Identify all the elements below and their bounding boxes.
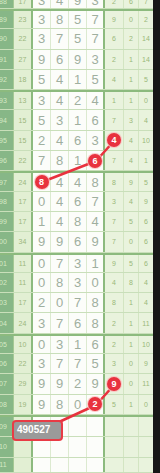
stat-right-cell: 1 bbox=[139, 151, 153, 170]
stat-right-cell: 2 bbox=[124, 29, 139, 48]
stat-right-cell: 2 bbox=[105, 336, 124, 353]
issue-cell-value: 96 bbox=[0, 157, 12, 164]
digit-cell: 9 bbox=[33, 232, 51, 251]
winning-number-marker: 2 bbox=[88, 397, 102, 411]
digit-cell: 9 bbox=[51, 232, 69, 251]
digit-cell-value: 1 bbox=[38, 214, 45, 229]
stat-right-cell-value: 4 bbox=[144, 117, 148, 124]
digit-cell-value: 7 bbox=[91, 194, 98, 209]
stat-right-cell-value: 3 bbox=[129, 117, 133, 124]
trend-row: 06223775309 bbox=[0, 354, 153, 374]
digit-cell-value: 7 bbox=[56, 31, 63, 46]
digit-cell: 7 bbox=[51, 354, 69, 373]
stat-right-cell-value: 11 bbox=[142, 320, 149, 327]
digit-cell-value: 6 bbox=[91, 337, 98, 352]
digit-cell: 7 bbox=[51, 255, 69, 272]
stat-right-cell bbox=[124, 458, 139, 472]
trend-row: 072999299011 bbox=[0, 374, 153, 394]
stat-right-cell-value: 6 bbox=[112, 35, 116, 42]
trend-row: 11 bbox=[0, 458, 153, 473]
trend-row: 902237576214 bbox=[0, 29, 153, 49]
issue-cell: 00 bbox=[0, 232, 13, 251]
digit-cell: 9 bbox=[51, 374, 69, 393]
digit-cell-value: 1 bbox=[74, 337, 81, 352]
stat-cell-value: 17 bbox=[19, 218, 27, 225]
digit-cell-value: 0 bbox=[38, 337, 45, 352]
stat-right-cell-value: 1 bbox=[144, 157, 148, 164]
issue-cell-value: 90 bbox=[0, 35, 12, 42]
stat-right-cell-value: 9 bbox=[129, 179, 133, 186]
digit-cell-value: 7 bbox=[56, 256, 63, 271]
stat-right-cell: 0 bbox=[139, 395, 153, 414]
issue-cell: 10 bbox=[0, 437, 13, 457]
trend-row: 03172078814 bbox=[0, 293, 153, 313]
stat-right-cell-value: 4 bbox=[112, 279, 116, 286]
stat-cell: 24 bbox=[13, 173, 33, 190]
stat-right-cell: 8 bbox=[124, 273, 139, 292]
stat-cell-value: 22 bbox=[19, 360, 27, 367]
digit-cell: 0 bbox=[51, 293, 69, 312]
stat-right-cell-value: 4 bbox=[129, 137, 133, 144]
digit-cell-value: 2 bbox=[38, 133, 45, 148]
issue-cell: 88 bbox=[0, 0, 13, 8]
digit-cell-value: 3 bbox=[38, 0, 45, 8]
stat-right-cell: 7 bbox=[139, 0, 153, 8]
trend-row: 912796932114 bbox=[0, 50, 153, 70]
stat-right-cell: 4 bbox=[124, 151, 139, 170]
stat-right-cell-value: 5 bbox=[129, 218, 133, 225]
stat-cell-value: 15 bbox=[19, 137, 27, 144]
digit-cell: 0 bbox=[69, 395, 87, 414]
stat-right-cell: 10 bbox=[139, 336, 153, 353]
issue-cell-value: 94 bbox=[0, 117, 12, 124]
digit-cell: 6 bbox=[87, 110, 105, 129]
digit-cell bbox=[69, 458, 87, 472]
digit-cell-value: 3 bbox=[74, 275, 81, 290]
issue-cell: 90 bbox=[0, 29, 13, 48]
trend-rows: 8817349326789233857902902237576214912796… bbox=[0, 0, 160, 473]
digit-cell: 7 bbox=[69, 354, 87, 373]
digit-cell: 6 bbox=[87, 151, 105, 170]
digit-cell-value: 3 bbox=[91, 52, 98, 67]
stat-right-cell-value: 4 bbox=[112, 76, 116, 83]
digit-cell-value: 5 bbox=[74, 12, 81, 27]
digit-cell: 6 bbox=[69, 313, 87, 332]
stat-right-cell-value: 10 bbox=[142, 137, 150, 144]
digit-cell: 6 bbox=[69, 192, 87, 211]
issue-cell-value: 91 bbox=[0, 56, 12, 63]
trend-row: 89233857902 bbox=[0, 9, 153, 29]
winning-number-marker: 6 bbox=[88, 154, 102, 168]
digit-cell-value: 8 bbox=[74, 214, 81, 229]
digit-cell: 8 bbox=[87, 313, 105, 332]
digit-cell-value: 9 bbox=[56, 376, 63, 391]
digit-cell: 6 bbox=[69, 232, 87, 251]
digit-cell-value: 0 bbox=[38, 256, 45, 271]
digit-cell-value: 1 bbox=[74, 153, 81, 168]
stat-cell: 34 bbox=[13, 232, 33, 251]
issue-cell: 99 bbox=[0, 212, 13, 231]
digit-cell: 4 bbox=[51, 173, 69, 190]
trend-row: 042437682111 bbox=[0, 313, 153, 333]
issue-cell: 05 bbox=[0, 336, 13, 353]
digit-cell: 5 bbox=[87, 354, 105, 373]
stat-right-cell: 6 bbox=[139, 255, 153, 272]
digit-cell-value: 0 bbox=[74, 397, 81, 412]
stat-right-cell-value: 4 bbox=[129, 157, 133, 164]
digit-cell bbox=[69, 417, 87, 436]
digit-cell: 0 bbox=[33, 192, 51, 211]
digit-cell-value: 6 bbox=[91, 113, 98, 128]
digit-cell: 4 bbox=[51, 212, 69, 231]
trend-chart-table: 8817349326789233857902902237576214912796… bbox=[0, 0, 160, 473]
digit-cell: 8 bbox=[51, 395, 69, 414]
stat-right-cell: 3 bbox=[105, 192, 124, 211]
stat-right-cell-value: 8 bbox=[129, 279, 133, 286]
digit-cell-value: 1 bbox=[91, 256, 98, 271]
digit-cell-value: 2 bbox=[74, 93, 81, 108]
stat-cell bbox=[13, 458, 33, 472]
digit-cell: 4 bbox=[51, 131, 69, 150]
digit-cell: 5 bbox=[69, 29, 87, 48]
digit-cell: 9 bbox=[33, 50, 51, 69]
stat-right-cell: 1 bbox=[124, 395, 139, 414]
digit-cell-value: 4 bbox=[56, 0, 63, 8]
digit-cell: 4 bbox=[51, 70, 69, 89]
digit-cell: 3 bbox=[51, 336, 69, 353]
digit-cell-value: 7 bbox=[56, 356, 63, 371]
stat-right-cell-value: 6 bbox=[144, 260, 148, 267]
digit-cell-value: 4 bbox=[91, 214, 98, 229]
stat-right-cell-value: 3 bbox=[112, 360, 116, 367]
stat-cell-value: 23 bbox=[19, 16, 27, 23]
issue-cell-value: 03 bbox=[0, 299, 12, 306]
stat-right-cell: 11 bbox=[139, 313, 153, 332]
issue-cell-value: 98 bbox=[0, 198, 12, 205]
digit-cell-value: 8 bbox=[56, 12, 63, 27]
stat-right-cell: 0 bbox=[124, 11, 139, 28]
stat-right-cell-value: 0 bbox=[129, 238, 133, 245]
digit-cell-value: 9 bbox=[38, 52, 45, 67]
stat-right-cell-value: 0 bbox=[129, 360, 133, 367]
stat-cell: 22 bbox=[13, 151, 33, 170]
stat-right-cell bbox=[139, 437, 153, 457]
issue-cell: 94 bbox=[0, 110, 13, 129]
issue-cell-value: 11 bbox=[0, 461, 12, 468]
stat-right-cell: 1 bbox=[124, 313, 139, 332]
digit-cell-value: 7 bbox=[56, 316, 63, 331]
digit-cell: 0 bbox=[87, 273, 105, 292]
digit-cell: 6 bbox=[87, 336, 105, 353]
stat-right-cell-value: 0 bbox=[129, 16, 133, 23]
digit-cell-value: 8 bbox=[56, 275, 63, 290]
issue-cell-value: 09 bbox=[0, 423, 12, 430]
stat-cell: 17 bbox=[13, 293, 33, 312]
stat-right-cell-value: 4 bbox=[129, 198, 133, 205]
stat-right-cell: 9 bbox=[139, 354, 153, 373]
stat-cell-value: 24 bbox=[19, 320, 27, 327]
stat-right-cell: 11 bbox=[139, 374, 153, 393]
digit-cell: 0 bbox=[33, 336, 51, 353]
stat-cell: 15 bbox=[13, 131, 33, 150]
stat-right-cell: 2 bbox=[105, 313, 124, 332]
digit-cell: 2 bbox=[69, 92, 87, 109]
stat-right-cell: 4 bbox=[124, 131, 139, 150]
stat-cell: 11 bbox=[13, 273, 33, 292]
stat-right-cell: 0 bbox=[124, 354, 139, 373]
stat-right-cell-value: 1 bbox=[129, 97, 133, 104]
stat-right-cell bbox=[105, 417, 124, 436]
digit-cell-value: 9 bbox=[91, 376, 98, 391]
digit-cell-value: 3 bbox=[38, 12, 45, 27]
stat-cell-value: 17 bbox=[19, 198, 27, 205]
trend-row: 01110731956 bbox=[0, 253, 153, 273]
stat-cell: 17 bbox=[13, 192, 33, 211]
digit-cell-value: 0 bbox=[38, 194, 45, 209]
stat-cell: 13 bbox=[13, 92, 33, 109]
stat-right-cell: 8 bbox=[105, 173, 124, 190]
trend-row: 08199802510 bbox=[0, 395, 153, 415]
digit-cell: 3 bbox=[69, 273, 87, 292]
stat-right-cell bbox=[124, 437, 139, 457]
stat-right-cell: 1 bbox=[124, 293, 139, 312]
stat-right-cell-value: 1 bbox=[112, 97, 116, 104]
trend-row: 93133424110 bbox=[0, 90, 153, 110]
stat-right-cell-value: 6 bbox=[144, 218, 148, 225]
digit-cell: 6 bbox=[69, 131, 87, 150]
issue-number-input[interactable]: 490527 bbox=[12, 420, 63, 441]
stat-right-cell-value: 14 bbox=[142, 35, 150, 42]
digit-cell-value: 1 bbox=[74, 113, 81, 128]
stat-right-cell: 1 bbox=[124, 50, 139, 69]
issue-cell: 11 bbox=[0, 458, 13, 472]
stat-right-cell: 1 bbox=[124, 70, 139, 89]
trend-row: 92185415415 bbox=[0, 70, 153, 90]
stat-right-cell: 9 bbox=[139, 192, 153, 211]
stat-cell-value: 15 bbox=[19, 117, 27, 124]
digit-cell-value: 6 bbox=[74, 234, 81, 249]
digit-cell-value: 9 bbox=[38, 397, 45, 412]
digit-cell-value: 9 bbox=[91, 234, 98, 249]
digit-cell-value: 9 bbox=[38, 234, 45, 249]
digit-cell: 4 bbox=[87, 92, 105, 109]
trend-row: 88173493267 bbox=[0, 0, 153, 9]
stat-right-cell: 5 bbox=[124, 212, 139, 231]
stat-right-cell: 6 bbox=[139, 232, 153, 251]
stat-right-cell: 0 bbox=[124, 232, 139, 251]
stat-right-cell: 4 bbox=[139, 273, 153, 292]
digit-cell bbox=[51, 458, 69, 472]
stat-right-cell-value: 1 bbox=[129, 341, 133, 348]
digit-cell: 1 bbox=[69, 336, 87, 353]
issue-cell-value: 05 bbox=[0, 341, 12, 348]
stat-cell: 22 bbox=[13, 29, 33, 48]
stat-right-cell: 1 bbox=[124, 336, 139, 353]
stat-right-cell-value: 7 bbox=[144, 0, 148, 5]
stat-right-cell: 9 bbox=[105, 255, 124, 272]
stat-right-cell: 9 bbox=[105, 374, 124, 393]
stat-cell-value: 17 bbox=[19, 0, 27, 5]
issue-cell: 01 bbox=[0, 255, 13, 272]
stat-right-cell-value: 5 bbox=[129, 260, 133, 267]
stat-cell-value: 11 bbox=[19, 279, 26, 286]
issue-cell-value: 95 bbox=[0, 137, 12, 144]
stat-cell: 17 bbox=[13, 0, 33, 8]
stat-right-cell-value: 6 bbox=[144, 238, 148, 245]
issue-cell-value: 99 bbox=[0, 218, 12, 225]
issue-cell-value: 92 bbox=[0, 76, 12, 83]
stat-cell-value: 29 bbox=[19, 380, 27, 387]
stat-right-cell-value: 0 bbox=[129, 380, 133, 387]
digit-cell: 9 bbox=[87, 232, 105, 251]
stat-right-cell-value: 11 bbox=[142, 380, 149, 387]
digit-cell: 2 bbox=[33, 131, 51, 150]
stat-right-cell-value: 1 bbox=[129, 299, 133, 306]
digit-cell: 3 bbox=[87, 0, 105, 8]
stat-right-cell-value: 1 bbox=[129, 320, 133, 327]
stat-cell: 17 bbox=[13, 212, 33, 231]
stat-right-cell bbox=[139, 417, 153, 436]
digit-cell: 0 bbox=[33, 255, 51, 272]
stat-right-cell-value: 2 bbox=[144, 16, 148, 23]
issue-cell-value: 97 bbox=[0, 179, 12, 186]
stat-right-cell-value: 10 bbox=[142, 341, 150, 348]
digit-cell-value: 8 bbox=[56, 397, 63, 412]
digit-cell: 3 bbox=[69, 255, 87, 272]
digit-cell-value: 9 bbox=[74, 52, 81, 67]
digit-cell-value: 4 bbox=[56, 175, 63, 190]
digit-cell: 5 bbox=[87, 70, 105, 89]
stat-cell: 27 bbox=[13, 50, 33, 69]
digit-cell-value: 8 bbox=[91, 295, 98, 310]
digit-cell: 3 bbox=[33, 92, 51, 109]
issue-cell: 91 bbox=[0, 50, 13, 69]
issue-cell: 89 bbox=[0, 11, 13, 28]
digit-cell-value: 7 bbox=[74, 295, 81, 310]
digit-cell bbox=[87, 417, 105, 436]
digit-cell: 7 bbox=[51, 313, 69, 332]
stat-right-cell: 2 bbox=[105, 50, 124, 69]
digit-cell-value: 3 bbox=[38, 93, 45, 108]
trend-row: 97248448895 bbox=[0, 171, 153, 191]
digit-cell-value: 5 bbox=[74, 31, 81, 46]
digit-cell: 6 bbox=[51, 50, 69, 69]
stat-right-cell bbox=[105, 437, 124, 457]
digit-cell: 9 bbox=[87, 374, 105, 393]
digit-cell-value: 8 bbox=[91, 175, 98, 190]
digit-cell: 1 bbox=[69, 151, 87, 170]
digit-cell: 4 bbox=[51, 92, 69, 109]
stat-right-cell: 2 bbox=[105, 0, 124, 8]
stat-right-cell-value: 9 bbox=[144, 360, 148, 367]
digit-cell-value: 6 bbox=[74, 133, 81, 148]
stat-right-cell-value: 9 bbox=[112, 260, 116, 267]
winning-number-marker: 9 bbox=[107, 377, 121, 391]
digit-cell: 9 bbox=[33, 395, 51, 414]
issue-cell: 95 bbox=[0, 131, 13, 150]
digit-cell: 8 bbox=[33, 173, 51, 190]
digit-cell-value: 4 bbox=[56, 72, 63, 87]
stat-right-cell: 3 bbox=[105, 354, 124, 373]
winning-number-marker: 4 bbox=[107, 133, 121, 147]
digit-cell-value: 3 bbox=[56, 113, 63, 128]
digit-cell: 7 bbox=[87, 192, 105, 211]
stat-right-cell-value: 3 bbox=[112, 198, 116, 205]
digit-cell: 3 bbox=[33, 29, 51, 48]
digit-cell: 0 bbox=[33, 273, 51, 292]
digit-cell-value: 2 bbox=[38, 295, 45, 310]
issue-cell: 96 bbox=[0, 151, 13, 170]
issue-cell: 93 bbox=[0, 92, 13, 109]
digit-cell: 3 bbox=[33, 11, 51, 28]
stat-cell-value: 18 bbox=[19, 76, 27, 83]
trend-row: 99171484756 bbox=[0, 212, 153, 232]
issue-cell: 97 bbox=[0, 173, 13, 190]
stat-right-cell-value: 0 bbox=[144, 97, 148, 104]
digit-cell-value: 6 bbox=[56, 52, 63, 67]
digit-cell: 7 bbox=[87, 29, 105, 48]
issue-cell-value: 04 bbox=[0, 320, 12, 327]
digit-cell: 3 bbox=[33, 0, 51, 8]
digit-cell: 7 bbox=[51, 29, 69, 48]
stat-cell-value: 19 bbox=[19, 401, 27, 408]
trend-row: 02110830484 bbox=[0, 273, 153, 293]
stat-cell: 22 bbox=[13, 354, 33, 373]
stat-right-cell: 7 bbox=[105, 110, 124, 129]
stat-right-cell: 0 bbox=[139, 92, 153, 109]
digit-cell-value: 3 bbox=[91, 0, 98, 8]
digit-cell-value: 2 bbox=[74, 376, 81, 391]
screen-edge-bar bbox=[153, 0, 160, 473]
digit-cell: 3 bbox=[51, 110, 69, 129]
stat-right-cell-value: 7 bbox=[112, 218, 116, 225]
digit-cell-value: 4 bbox=[56, 93, 63, 108]
issue-cell-value: 89 bbox=[0, 16, 12, 23]
digit-cell-value: 0 bbox=[38, 275, 45, 290]
digit-cell-value: 6 bbox=[74, 316, 81, 331]
stat-right-cell: 6 bbox=[105, 29, 124, 48]
stat-right-cell: 7 bbox=[105, 212, 124, 231]
digit-cell-value: 1 bbox=[74, 72, 81, 87]
stat-right-cell: 10 bbox=[139, 131, 153, 150]
stat-right-cell-value: 6 bbox=[129, 0, 133, 5]
digit-cell-value: 8 bbox=[56, 153, 63, 168]
stat-right-cell bbox=[105, 458, 124, 472]
digit-cell: 5 bbox=[69, 11, 87, 28]
issue-cell-value: 06 bbox=[0, 360, 12, 367]
digit-cell-value: 7 bbox=[74, 356, 81, 371]
digit-cell bbox=[33, 458, 51, 472]
stat-right-cell bbox=[124, 417, 139, 436]
digit-cell-value: 7 bbox=[91, 31, 98, 46]
stat-cell-value: 10 bbox=[19, 341, 27, 348]
digit-cell-value: 4 bbox=[91, 93, 98, 108]
stat-right-cell: 6 bbox=[139, 212, 153, 231]
stat-right-cell: 1 bbox=[124, 92, 139, 109]
stat-right-cell: 4 bbox=[139, 110, 153, 129]
digit-cell-value: 9 bbox=[38, 376, 45, 391]
digit-cell-value: 7 bbox=[38, 153, 45, 168]
stat-right-cell-value: 4 bbox=[144, 279, 148, 286]
digit-cell: 7 bbox=[33, 151, 51, 170]
issue-cell-value: 08 bbox=[0, 401, 12, 408]
digit-cell: 8 bbox=[87, 173, 105, 190]
stat-cell: 15 bbox=[13, 110, 33, 129]
stat-right-cell: 5 bbox=[105, 395, 124, 414]
issue-cell: 07 bbox=[0, 374, 13, 393]
stat-cell: 29 bbox=[13, 374, 33, 393]
digit-cell-value: 9 bbox=[56, 234, 63, 249]
